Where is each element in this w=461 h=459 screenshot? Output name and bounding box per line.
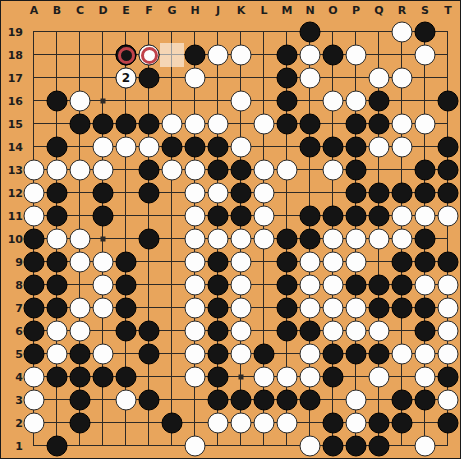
white-stone	[346, 321, 367, 342]
black-stone	[323, 344, 344, 365]
white-stone	[185, 160, 206, 181]
black-stone	[70, 367, 91, 388]
white-stone	[323, 275, 344, 296]
white-stone	[208, 45, 229, 66]
black-stone	[392, 275, 413, 296]
white-stone	[346, 413, 367, 434]
black-stone	[47, 206, 68, 227]
black-stone	[415, 22, 436, 43]
column-label: T	[444, 5, 452, 16]
white-stone	[70, 321, 91, 342]
black-stone	[369, 344, 390, 365]
black-stone	[208, 298, 229, 319]
row-label: 11	[8, 211, 23, 222]
white-stone	[254, 206, 275, 227]
black-stone	[277, 390, 298, 411]
row-label: 6	[15, 326, 23, 337]
white-stone	[300, 252, 321, 273]
black-stone	[208, 160, 229, 181]
circle-marked-stone	[116, 45, 137, 66]
black-stone	[70, 114, 91, 135]
white-stone	[323, 229, 344, 250]
black-stone	[93, 206, 114, 227]
white-stone	[277, 413, 298, 434]
black-stone	[277, 91, 298, 112]
column-label: K	[237, 5, 246, 16]
white-stone	[415, 367, 436, 388]
black-stone	[346, 436, 367, 457]
black-stone	[392, 413, 413, 434]
white-stone	[185, 206, 206, 227]
column-label: D	[98, 5, 107, 16]
black-stone	[208, 252, 229, 273]
black-stone	[438, 137, 459, 158]
white-stone	[415, 206, 436, 227]
white-stone	[93, 275, 114, 296]
white-stone	[185, 252, 206, 273]
column-label: E	[122, 5, 130, 16]
black-stone	[277, 252, 298, 273]
black-stone	[47, 298, 68, 319]
white-stone	[185, 114, 206, 135]
black-stone	[93, 367, 114, 388]
black-stone	[116, 114, 137, 135]
white-stone	[415, 344, 436, 365]
black-stone	[369, 183, 390, 204]
white-stone	[415, 45, 436, 66]
white-stone	[300, 68, 321, 89]
white-stone	[93, 137, 114, 158]
black-stone	[438, 91, 459, 112]
row-label: 13	[8, 165, 23, 176]
black-stone	[208, 390, 229, 411]
column-label: M	[282, 5, 293, 16]
white-stone	[231, 137, 252, 158]
white-stone	[185, 298, 206, 319]
black-stone	[369, 114, 390, 135]
white-stone	[392, 22, 413, 43]
black-stone	[392, 390, 413, 411]
white-stone	[323, 298, 344, 319]
white-stone	[70, 229, 91, 250]
white-stone	[208, 183, 229, 204]
white-stone	[185, 321, 206, 342]
black-stone	[116, 275, 137, 296]
black-stone	[116, 298, 137, 319]
move-number-label: 2	[122, 71, 130, 85]
black-stone	[231, 206, 252, 227]
black-stone	[369, 413, 390, 434]
white-stone	[254, 413, 275, 434]
row-label: 3	[15, 395, 23, 406]
white-stone	[162, 160, 183, 181]
white-stone	[277, 367, 298, 388]
black-stone	[323, 137, 344, 158]
black-stone	[300, 206, 321, 227]
row-label: 4	[15, 372, 23, 383]
black-stone	[415, 160, 436, 181]
black-stone	[346, 344, 367, 365]
white-stone	[323, 91, 344, 112]
white-stone	[24, 206, 45, 227]
black-stone	[346, 206, 367, 227]
white-stone	[185, 344, 206, 365]
white-stone	[346, 45, 367, 66]
move-number-stone: 2	[116, 68, 137, 89]
white-stone	[300, 298, 321, 319]
white-stone	[323, 252, 344, 273]
star-point	[239, 375, 244, 380]
white-stone	[24, 390, 45, 411]
white-stone	[369, 137, 390, 158]
white-stone	[116, 390, 137, 411]
go-board[interactable]: ABCDEFGHJKLMNOPQRST191817161514131211109…	[0, 0, 461, 459]
black-stone	[139, 390, 160, 411]
black-stone	[277, 68, 298, 89]
black-stone	[162, 413, 183, 434]
white-stone	[369, 367, 390, 388]
black-stone	[208, 344, 229, 365]
black-stone	[323, 367, 344, 388]
white-stone	[254, 160, 275, 181]
black-stone	[277, 229, 298, 250]
black-stone	[116, 252, 137, 273]
black-stone	[323, 45, 344, 66]
black-stone	[47, 436, 68, 457]
black-stone	[300, 137, 321, 158]
white-stone	[300, 367, 321, 388]
black-stone	[185, 137, 206, 158]
black-stone	[116, 367, 137, 388]
white-stone	[208, 413, 229, 434]
row-label: 2	[15, 418, 23, 429]
row-label: 17	[8, 73, 23, 84]
column-label: C	[76, 5, 84, 16]
black-stone	[277, 321, 298, 342]
row-label: 18	[8, 50, 23, 61]
column-label: A	[30, 5, 39, 16]
row-label: 7	[15, 303, 23, 314]
white-stone	[438, 321, 459, 342]
black-stone	[24, 229, 45, 250]
black-stone	[369, 436, 390, 457]
black-stone	[323, 436, 344, 457]
black-stone	[47, 137, 68, 158]
black-stone	[47, 367, 68, 388]
black-stone	[185, 45, 206, 66]
black-stone	[139, 114, 160, 135]
star-point	[101, 237, 106, 242]
white-stone	[392, 114, 413, 135]
row-label: 16	[8, 96, 23, 107]
black-stone	[369, 91, 390, 112]
white-stone	[185, 436, 206, 457]
white-stone	[392, 68, 413, 89]
white-stone	[392, 206, 413, 227]
circle-marker-icon	[118, 47, 135, 64]
column-label: G	[167, 5, 176, 16]
white-stone	[208, 229, 229, 250]
black-stone	[369, 206, 390, 227]
black-stone	[369, 275, 390, 296]
black-stone	[346, 160, 367, 181]
black-stone	[208, 321, 229, 342]
circle-marked-stone	[139, 45, 160, 66]
black-stone	[47, 275, 68, 296]
black-stone	[139, 183, 160, 204]
white-stone	[70, 91, 91, 112]
black-stone	[346, 183, 367, 204]
white-stone	[323, 160, 344, 181]
black-stone	[208, 137, 229, 158]
row-label: 14	[8, 142, 23, 153]
circle-marker-icon	[141, 47, 158, 64]
black-stone	[24, 252, 45, 273]
column-label: O	[328, 5, 337, 16]
white-stone	[438, 344, 459, 365]
black-stone	[323, 206, 344, 227]
white-stone	[70, 298, 91, 319]
column-label: B	[53, 5, 61, 16]
white-stone	[231, 252, 252, 273]
black-stone	[93, 183, 114, 204]
white-stone	[93, 298, 114, 319]
black-stone	[208, 206, 229, 227]
black-stone	[415, 298, 436, 319]
white-stone	[300, 344, 321, 365]
white-stone	[323, 321, 344, 342]
black-stone	[300, 114, 321, 135]
white-stone	[93, 344, 114, 365]
white-stone	[438, 298, 459, 319]
white-stone	[300, 45, 321, 66]
column-label: L	[260, 5, 267, 16]
column-label: H	[190, 5, 199, 16]
black-stone	[116, 321, 137, 342]
row-label: 19	[8, 27, 23, 38]
white-stone	[116, 137, 137, 158]
white-stone	[415, 114, 436, 135]
white-stone	[24, 367, 45, 388]
black-stone	[415, 252, 436, 273]
white-stone	[24, 160, 45, 181]
black-stone	[277, 114, 298, 135]
white-stone	[254, 229, 275, 250]
column-label: P	[352, 5, 360, 16]
white-stone	[47, 160, 68, 181]
white-stone	[346, 390, 367, 411]
white-stone	[438, 206, 459, 227]
white-stone	[70, 160, 91, 181]
white-stone	[47, 321, 68, 342]
row-label: 5	[15, 349, 23, 360]
column-label: J	[216, 5, 220, 16]
white-stone	[231, 229, 252, 250]
black-stone	[300, 390, 321, 411]
black-stone	[438, 252, 459, 273]
row-label: 9	[15, 257, 23, 268]
white-stone	[162, 114, 183, 135]
black-stone	[323, 413, 344, 434]
white-stone	[231, 321, 252, 342]
white-stone	[231, 275, 252, 296]
column-label: F	[145, 5, 153, 16]
white-stone	[415, 275, 436, 296]
row-label: 15	[8, 119, 23, 130]
white-stone	[277, 160, 298, 181]
white-stone	[70, 252, 91, 273]
black-stone	[70, 413, 91, 434]
black-stone	[24, 298, 45, 319]
black-stone	[392, 183, 413, 204]
white-stone	[254, 114, 275, 135]
black-stone	[139, 344, 160, 365]
last-move-highlight	[160, 43, 184, 67]
white-stone	[47, 229, 68, 250]
black-stone	[231, 160, 252, 181]
black-stone	[24, 344, 45, 365]
white-stone	[346, 298, 367, 319]
row-label: 8	[15, 280, 23, 291]
white-stone	[346, 229, 367, 250]
black-stone	[93, 114, 114, 135]
black-stone	[231, 390, 252, 411]
white-stone	[185, 367, 206, 388]
white-stone	[369, 321, 390, 342]
white-stone	[231, 298, 252, 319]
white-stone	[415, 436, 436, 457]
white-stone	[300, 275, 321, 296]
white-stone	[369, 68, 390, 89]
black-stone	[47, 183, 68, 204]
black-stone	[346, 275, 367, 296]
black-stone	[70, 390, 91, 411]
black-stone	[162, 137, 183, 158]
star-point	[101, 99, 106, 104]
white-stone	[346, 252, 367, 273]
black-stone	[300, 22, 321, 43]
row-label: 1	[15, 441, 23, 452]
black-stone	[392, 298, 413, 319]
column-label: R	[398, 5, 406, 16]
white-stone	[254, 183, 275, 204]
black-stone	[438, 413, 459, 434]
black-stone	[277, 298, 298, 319]
white-stone	[369, 229, 390, 250]
black-stone	[208, 367, 229, 388]
white-stone	[392, 229, 413, 250]
black-stone	[139, 160, 160, 181]
white-stone	[208, 114, 229, 135]
white-stone	[231, 91, 252, 112]
black-stone	[415, 321, 436, 342]
black-stone	[438, 160, 459, 181]
white-stone	[254, 367, 275, 388]
white-stone	[231, 413, 252, 434]
white-stone	[185, 68, 206, 89]
black-stone	[346, 137, 367, 158]
white-stone	[185, 229, 206, 250]
black-stone	[415, 183, 436, 204]
black-stone	[231, 183, 252, 204]
black-stone	[300, 229, 321, 250]
white-stone	[231, 45, 252, 66]
white-stone	[93, 252, 114, 273]
white-stone	[231, 344, 252, 365]
white-stone	[392, 137, 413, 158]
black-stone	[369, 298, 390, 319]
black-stone	[139, 68, 160, 89]
black-stone	[70, 344, 91, 365]
black-stone	[24, 321, 45, 342]
black-stone	[346, 114, 367, 135]
black-stone	[254, 344, 275, 365]
white-stone	[93, 160, 114, 181]
black-stone	[24, 275, 45, 296]
white-stone	[24, 183, 45, 204]
white-stone	[438, 275, 459, 296]
white-stone	[185, 183, 206, 204]
white-stone	[47, 344, 68, 365]
black-stone	[139, 321, 160, 342]
row-label: 12	[8, 188, 23, 199]
white-stone	[139, 137, 160, 158]
white-stone	[24, 413, 45, 434]
black-stone	[139, 229, 160, 250]
black-stone	[254, 390, 275, 411]
black-stone	[415, 390, 436, 411]
black-stone	[47, 252, 68, 273]
column-label: N	[305, 5, 314, 16]
white-stone	[392, 344, 413, 365]
white-stone	[185, 275, 206, 296]
black-stone	[47, 91, 68, 112]
white-stone	[346, 91, 367, 112]
white-stone	[300, 436, 321, 457]
row-label: 10	[8, 234, 23, 245]
black-stone	[208, 275, 229, 296]
black-stone	[438, 183, 459, 204]
column-label: Q	[374, 5, 383, 16]
black-stone	[392, 252, 413, 273]
black-stone	[277, 45, 298, 66]
column-label: S	[421, 5, 429, 16]
black-stone	[438, 367, 459, 388]
black-stone	[300, 321, 321, 342]
black-stone	[277, 275, 298, 296]
white-stone	[438, 390, 459, 411]
black-stone	[415, 229, 436, 250]
